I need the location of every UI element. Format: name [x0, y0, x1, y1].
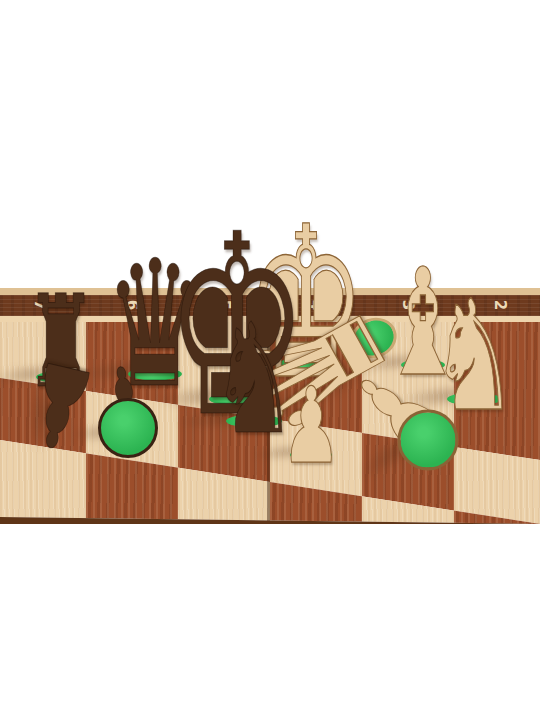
rank-label-5: 5	[215, 300, 233, 310]
rank-label-2: 2	[491, 300, 509, 310]
board-frame: 765432	[0, 295, 540, 316]
rank-label-7: 7	[31, 300, 49, 310]
board-top-edge	[0, 288, 540, 295]
chess-set-product-photo: 765432 ♚♝♛♛♜♚♞♟♟♞♟♟	[0, 0, 540, 720]
chess-board: 765432	[0, 288, 540, 524]
rank-label-3: 3	[399, 300, 417, 310]
rank-label-4: 4	[307, 300, 325, 310]
rank-label-6: 6	[123, 300, 141, 310]
board-fold-seam	[267, 288, 270, 524]
board-inner-edge	[0, 316, 540, 322]
